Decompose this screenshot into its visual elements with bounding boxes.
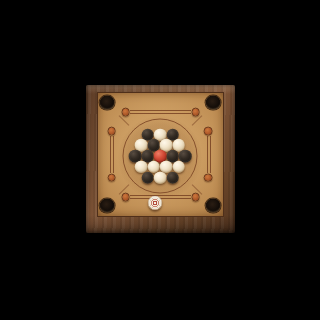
base-circle xyxy=(121,107,130,116)
base-circle xyxy=(204,173,213,182)
base-circle xyxy=(107,173,116,182)
carrom-coin-black xyxy=(166,171,179,184)
base-circle xyxy=(107,127,116,136)
baseline-top-inner xyxy=(130,113,192,114)
base-circle xyxy=(204,127,213,136)
baseline-left-inner xyxy=(113,136,114,174)
pocket-top-left xyxy=(100,95,115,110)
baseline-top-outer xyxy=(130,110,192,111)
carrom-coin-white xyxy=(154,171,167,184)
screen xyxy=(86,0,235,320)
baseline-right-outer xyxy=(210,136,211,174)
pocket-bottom-left xyxy=(100,198,115,213)
baseline-bottom-inner xyxy=(130,195,192,196)
letterbox-bottom xyxy=(86,233,235,320)
striker[interactable] xyxy=(148,196,162,210)
letterbox-top xyxy=(86,0,235,85)
pocket-top-right xyxy=(206,95,221,110)
base-circle xyxy=(191,107,200,116)
pocket-bottom-right xyxy=(206,198,221,213)
carrom-coin-black xyxy=(141,171,154,184)
baseline-right-inner xyxy=(207,136,208,174)
base-circle xyxy=(191,193,200,202)
base-circle xyxy=(121,193,130,202)
baseline-left-outer xyxy=(110,136,111,174)
